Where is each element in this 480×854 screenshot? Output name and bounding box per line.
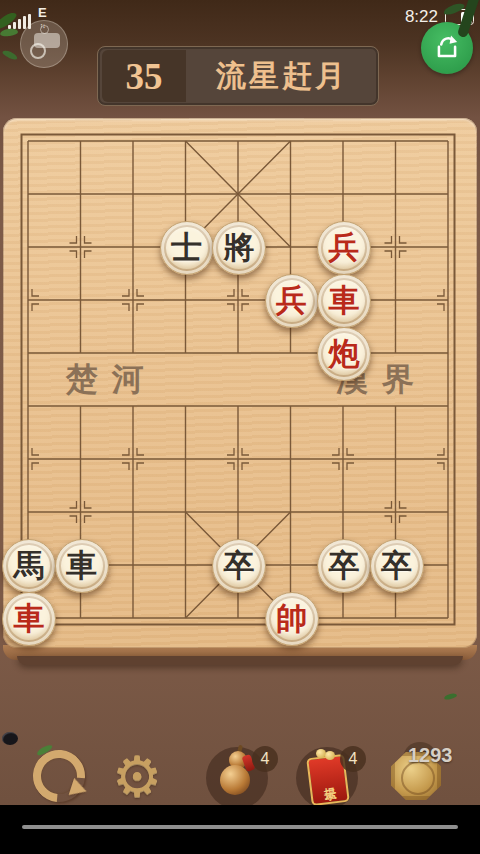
piece-black-advisor[interactable]: 士 (160, 221, 214, 275)
star-point-marker (227, 289, 234, 296)
piece-black-soldier[interactable]: 卒 (212, 539, 266, 593)
star-point-marker (227, 463, 234, 470)
star-point-marker (242, 289, 249, 296)
piece-red-chariot[interactable]: 車 (2, 592, 56, 646)
star-point-marker (242, 304, 249, 311)
board-base-shadow (17, 656, 463, 665)
status-clock: 8:22 (405, 7, 438, 27)
piece-black-general[interactable]: 將 (212, 221, 266, 275)
piece-red-soldier[interactable]: 兵 (265, 274, 319, 328)
signal-bar (18, 19, 21, 29)
piece-black-soldier[interactable]: 卒 (317, 539, 371, 593)
star-point-marker (400, 251, 407, 258)
snail-curl-icon (40, 25, 49, 34)
star-point-marker (385, 516, 392, 523)
star-point-marker (137, 463, 144, 470)
star-point-marker (32, 304, 39, 311)
star-point-marker (385, 501, 392, 508)
star-point-marker (242, 448, 249, 455)
hint-label: 提示 (319, 777, 336, 783)
piece-red-general[interactable]: 帥 (265, 592, 319, 646)
bamboo-leaf-icon (444, 692, 458, 700)
piece-black-horse[interactable]: 馬 (2, 539, 56, 593)
star-point-marker (437, 448, 444, 455)
star-point-marker (122, 463, 129, 470)
star-point-marker (437, 463, 444, 470)
star-point-marker (347, 448, 354, 455)
star-point-marker (332, 448, 339, 455)
xiangqi-board[interactable]: 楚河 漢界 士將兵兵車炮馬車卒卒卒車帥 (3, 118, 477, 648)
app-screen: E ↑↓ 8:22 35 流星赶月 (0, 0, 480, 854)
restart-icon (22, 739, 95, 812)
star-point-marker (400, 236, 407, 243)
network-type-label: E (38, 5, 47, 20)
star-point-marker (385, 236, 392, 243)
level-banner: 35 流星赶月 (97, 46, 379, 106)
star-point-marker (400, 516, 407, 523)
piece-red-chariot[interactable]: 車 (317, 274, 371, 328)
star-point-marker (122, 289, 129, 296)
star-point-marker (332, 463, 339, 470)
piece-red-soldier[interactable]: 兵 (317, 221, 371, 275)
star-point-marker (137, 448, 144, 455)
star-point-marker (227, 304, 234, 311)
snail-shell-icon (30, 43, 46, 59)
star-point-marker (32, 448, 39, 455)
restart-button[interactable] (33, 750, 85, 802)
river-label-left: 楚河 (40, 359, 170, 401)
star-point-marker (85, 236, 92, 243)
bomb-count-badge: 4 (252, 746, 278, 772)
level-number: 35 (102, 50, 186, 102)
piece-black-soldier[interactable]: 卒 (370, 539, 424, 593)
bamboo-leaf-icon (0, 28, 18, 37)
star-point-marker (227, 448, 234, 455)
star-point-marker (32, 289, 39, 296)
piece-black-chariot[interactable]: 車 (55, 539, 109, 593)
piece-red-cannon[interactable]: 炮 (317, 327, 371, 381)
star-point-marker (122, 448, 129, 455)
star-point-marker (242, 463, 249, 470)
envelope-knot-icon (325, 751, 335, 760)
star-point-marker (122, 304, 129, 311)
coin-count: 1293 (408, 744, 453, 767)
pebble-decoration (2, 732, 18, 745)
star-point-marker (385, 251, 392, 258)
screen-recorder-widget[interactable] (20, 20, 68, 68)
puzzle-title: 流星赶月 (186, 56, 378, 97)
star-point-marker (85, 501, 92, 508)
star-point-marker (85, 251, 92, 258)
hint-count-badge: 4 (340, 746, 366, 772)
star-point-marker (70, 516, 77, 523)
star-point-marker (437, 304, 444, 311)
star-point-marker (70, 501, 77, 508)
star-point-marker (437, 289, 444, 296)
home-indicator[interactable] (22, 825, 458, 829)
bamboo-leaf-icon (1, 49, 18, 61)
star-point-marker (32, 463, 39, 470)
star-point-marker (70, 251, 77, 258)
star-point-marker (400, 501, 407, 508)
star-point-marker (85, 516, 92, 523)
star-point-marker (347, 463, 354, 470)
share-icon (432, 33, 462, 63)
star-point-marker (137, 304, 144, 311)
star-point-marker (70, 236, 77, 243)
star-point-marker (137, 289, 144, 296)
gear-icon: ⚙ (112, 745, 162, 808)
system-nav-bar (0, 805, 480, 854)
settings-button[interactable]: ⚙ (108, 748, 166, 806)
